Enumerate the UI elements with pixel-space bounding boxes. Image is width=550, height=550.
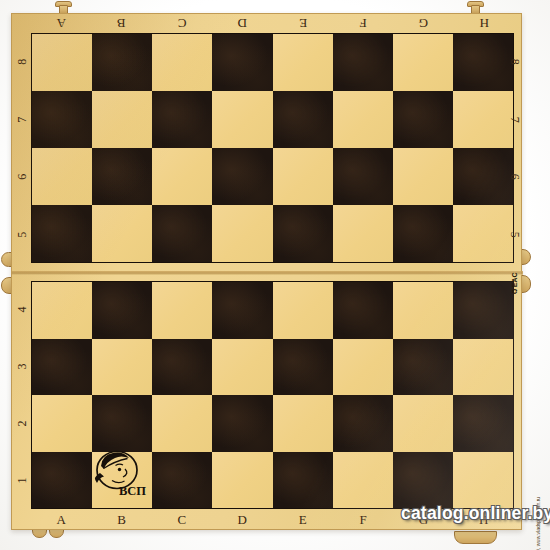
files-bottom-label-A: A (31, 511, 91, 528)
square-e3[interactable] (273, 339, 333, 396)
ranks-left-bottom-label-1: 1 (0, 472, 50, 489)
files-top-label-B: B (91, 16, 151, 32)
square-c6[interactable] (152, 148, 212, 205)
recycle-icon: ♻ (511, 288, 518, 294)
square-b5[interactable] (92, 205, 152, 262)
square-f6[interactable] (333, 148, 393, 205)
square-f7[interactable] (333, 91, 393, 148)
square-b3[interactable] (92, 339, 152, 396)
square-g4[interactable] (393, 282, 453, 339)
files-bottom-label-E: E (273, 511, 333, 528)
square-e4[interactable] (273, 282, 333, 339)
files-top-label-F: F (333, 16, 393, 32)
ranks-left-bottom-label-4: 4 (0, 301, 50, 318)
rank-labels-right-upper: 8765 (507, 33, 524, 263)
ranks-left-top-label-8: 8 (0, 53, 50, 70)
square-e8[interactable] (273, 34, 333, 91)
square-b2[interactable] (92, 395, 152, 452)
square-h2[interactable] (453, 395, 513, 452)
fold-seam (12, 271, 523, 275)
square-g2[interactable] (393, 395, 453, 452)
vsp-logo-text: ВСП (119, 484, 146, 498)
square-c1[interactable] (152, 452, 212, 509)
square-f3[interactable] (333, 339, 393, 396)
square-g6[interactable] (393, 148, 453, 205)
square-c2[interactable] (152, 395, 212, 452)
square-d8[interactable] (212, 34, 272, 91)
square-f5[interactable] (333, 205, 393, 262)
square-b6[interactable] (92, 148, 152, 205)
square-c8[interactable] (152, 34, 212, 91)
square-g5[interactable] (393, 205, 453, 262)
ranks-left-top-label-5: 5 (0, 226, 50, 243)
square-f2[interactable] (333, 395, 393, 452)
square-g7[interactable] (393, 91, 453, 148)
square-f8[interactable] (333, 34, 393, 91)
ranks-right-top-label-5: 5 (487, 226, 545, 243)
square-h3[interactable] (453, 339, 513, 396)
square-b7[interactable] (92, 91, 152, 148)
files-top-label-A: A (31, 16, 91, 32)
square-b8[interactable] (92, 34, 152, 91)
ranks-left-top-label-7: 7 (0, 111, 50, 128)
square-h4[interactable] (453, 282, 513, 339)
file-labels-top: ABCDEFGH (31, 16, 514, 32)
square-c3[interactable] (152, 339, 212, 396)
square-b4[interactable] (92, 282, 152, 339)
files-top-label-D: D (212, 16, 272, 32)
square-d4[interactable] (212, 282, 272, 339)
square-d3[interactable] (212, 339, 272, 396)
rank-labels-left-upper: 8765 (13, 33, 30, 263)
square-g3[interactable] (393, 339, 453, 396)
square-g1[interactable] (393, 452, 453, 509)
square-g8[interactable] (393, 34, 453, 91)
ranks-right-top-label-8: 8 (487, 53, 545, 70)
square-h1[interactable] (453, 452, 513, 509)
board-upper-half (31, 33, 514, 263)
ranks-right-top-label-6: 6 (487, 168, 545, 185)
square-d1[interactable] (212, 452, 272, 509)
ranks-right-top-label-7: 7 (487, 111, 545, 128)
files-top-label-C: C (152, 16, 212, 32)
ranks-left-bottom-label-2: 2 (0, 415, 50, 432)
vsp-maker-logo: ВСП (88, 446, 150, 500)
square-e1[interactable] (273, 452, 333, 509)
square-d2[interactable] (212, 395, 272, 452)
files-top-label-E: E (273, 16, 333, 32)
square-e7[interactable] (273, 91, 333, 148)
ranks-left-bottom-label-3: 3 (0, 358, 50, 375)
square-c5[interactable] (152, 205, 212, 262)
bottom-right-hinge-icon (454, 531, 497, 544)
ranks-left-top-label-6: 6 (0, 168, 50, 185)
files-bottom-label-D: D (212, 511, 272, 528)
files-bottom-label-F: F (333, 511, 393, 528)
square-e6[interactable] (273, 148, 333, 205)
watermark: catalog.onliner.by (401, 503, 550, 524)
square-e5[interactable] (273, 205, 333, 262)
files-top-label-H: H (454, 16, 514, 32)
square-c7[interactable] (152, 91, 212, 148)
square-d7[interactable] (212, 91, 272, 148)
files-bottom-label-B: B (91, 511, 151, 528)
square-e2[interactable] (273, 395, 333, 452)
square-c4[interactable] (152, 282, 212, 339)
square-f1[interactable] (333, 452, 393, 509)
files-bottom-label-C: C (152, 511, 212, 528)
square-d5[interactable] (212, 205, 272, 262)
files-top-label-G: G (393, 16, 453, 32)
square-f4[interactable] (333, 282, 393, 339)
rank-labels-left-lower: 4321 (13, 281, 30, 509)
square-d6[interactable] (212, 148, 272, 205)
eac-text: ЕАС (511, 273, 518, 288)
eac-mark: ♻ ЕАС (511, 273, 518, 295)
photo-of-folding-chess-board: ABCDEFGH ABCDEFGH 8765 4321 8765 ВСП ♻ Е… (0, 0, 550, 550)
